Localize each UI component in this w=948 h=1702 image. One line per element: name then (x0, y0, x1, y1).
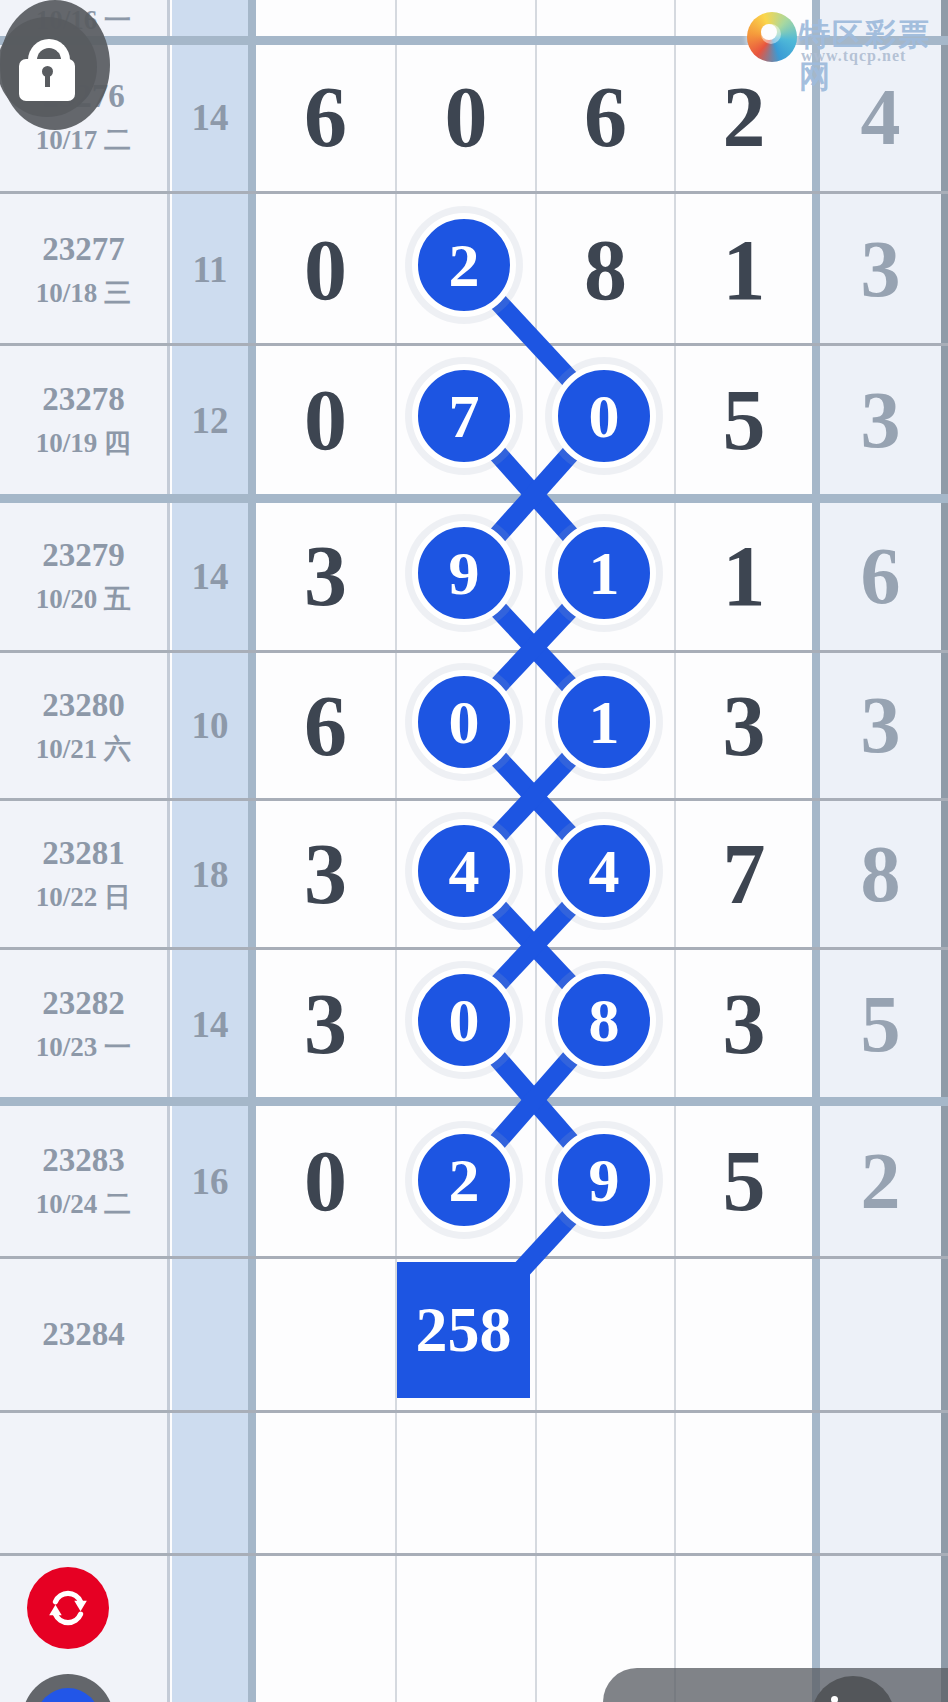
bottom-round-button-core (36, 1688, 100, 1702)
circled-digit: 0 (412, 968, 516, 1072)
logo-url: www.tqcp.net (801, 47, 906, 65)
circled-digit: 0 (552, 364, 656, 468)
circled-digit: 2 (412, 213, 516, 317)
refresh-button[interactable] (27, 1567, 109, 1649)
circled-digit: 1 (552, 521, 656, 625)
lock-button[interactable] (0, 0, 110, 130)
circled-digit: 2 (412, 1128, 516, 1232)
circled-digit: 1 (552, 670, 656, 774)
nav-dot-icon (831, 1696, 838, 1702)
circled-digit: 7 (412, 364, 516, 468)
circled-digit: 9 (412, 521, 516, 625)
prediction-cell: 258 (397, 1262, 530, 1398)
trend-chart-board: 10/16 一 23276 10/17 二 14 6 0 6 2 4 23277… (0, 0, 948, 1702)
circled-digit: 9 (552, 1128, 656, 1232)
circled-digit: 4 (552, 819, 656, 923)
circled-digit: 0 (412, 670, 516, 774)
logo-swirl-icon (747, 12, 797, 62)
nav-pill[interactable] (603, 1668, 948, 1702)
refresh-icon (45, 1585, 91, 1631)
circled-digit: 4 (412, 819, 516, 923)
circled-digit: 8 (552, 968, 656, 1072)
nav-knob[interactable] (811, 1676, 895, 1702)
